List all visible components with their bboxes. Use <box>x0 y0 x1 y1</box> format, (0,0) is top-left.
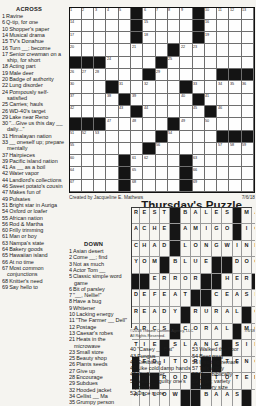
cell-number: 13 <box>242 7 246 12</box>
grid-cell[interactable]: 28 <box>94 69 106 81</box>
grid-cell[interactable]: 68 <box>131 180 143 192</box>
grid-cell[interactable] <box>229 57 241 69</box>
solved-letter-cell: E <box>140 290 150 307</box>
solved-letter: I <box>201 224 211 240</box>
clue-text: Cellist __ Ma <box>76 393 108 399</box>
clue-text: Pulsates <box>9 195 30 201</box>
clue-text: Hairpieces <box>9 151 35 157</box>
solved-letter-cell: F <box>150 290 160 307</box>
grid-cell[interactable]: 43 <box>119 106 131 118</box>
clue-text: Come __; find <box>73 254 107 260</box>
grid-cell[interactable]: 9 <box>180 8 192 20</box>
grid-cell[interactable] <box>106 155 118 167</box>
cell-number: 23 <box>193 44 197 49</box>
clue-text: Himalayan nation <box>9 132 52 138</box>
grid-cell[interactable]: 51 <box>70 131 82 143</box>
grid-cell[interactable] <box>229 118 241 130</box>
solved-letter: U <box>191 257 200 273</box>
solved-letter-cell: O <box>140 257 150 274</box>
solved-letter: H <box>150 224 159 240</box>
clue-item: 33__ oneself up; prepare mentally <box>2 139 68 152</box>
grid-cell[interactable]: 56 <box>156 143 168 155</box>
grid-cell[interactable] <box>143 131 155 143</box>
black-square <box>205 106 217 118</box>
solved-letter-cell: E <box>201 257 212 274</box>
grid-cell[interactable] <box>94 167 106 179</box>
clue-item: 62Battery size <box>192 384 255 390</box>
grid-cell[interactable]: 14 <box>70 20 82 32</box>
grid-cell[interactable] <box>217 167 229 179</box>
grid-cell[interactable]: 12 <box>229 8 241 20</box>
grid-cell[interactable] <box>106 69 118 81</box>
grid-cell[interactable] <box>168 155 180 167</box>
black-square <box>168 44 180 56</box>
grid-cell[interactable] <box>119 69 131 81</box>
grid-cell[interactable]: 64 <box>70 167 82 179</box>
grid-cell[interactable] <box>217 57 229 69</box>
clue-text: Oxford or loafer <box>9 208 47 214</box>
black-square <box>180 180 192 192</box>
grid-cell[interactable]: 10 <box>205 8 217 20</box>
clue-text: Most common conjunctions <box>7 265 44 277</box>
grid-cell[interactable] <box>193 69 205 81</box>
solved-letter: A <box>233 290 241 306</box>
grid-cell[interactable] <box>119 44 131 56</box>
grid-cell[interactable] <box>82 143 94 155</box>
grid-cell[interactable] <box>82 44 94 56</box>
solved-letter-cell: M <box>242 208 252 225</box>
solved-letter-cell: R <box>191 307 201 324</box>
solved-letter-cell: A <box>252 208 255 225</box>
grid-cell[interactable] <box>242 57 254 69</box>
grid-cell[interactable] <box>168 32 180 44</box>
grid-cell[interactable] <box>180 20 192 32</box>
grid-cell[interactable]: 22 <box>180 44 192 56</box>
solved-letter-cell: E <box>212 208 222 225</box>
grid-cell[interactable]: 30 <box>70 81 82 93</box>
grid-cell[interactable] <box>180 106 192 118</box>
solved-letter: O <box>181 274 190 290</box>
grid-cell[interactable]: 15 <box>143 20 155 32</box>
grid-cell[interactable]: 16 <box>205 20 217 32</box>
grid-cell[interactable] <box>205 131 217 143</box>
grid-cell[interactable] <box>180 69 192 81</box>
grid-cell[interactable] <box>205 143 217 155</box>
grid-cell[interactable] <box>168 180 180 192</box>
cell-number: 55 <box>70 142 74 147</box>
grid-cell[interactable] <box>94 20 106 32</box>
grid-cell[interactable] <box>229 167 241 179</box>
grid-cell[interactable] <box>119 118 131 130</box>
grid-cell[interactable] <box>94 155 106 167</box>
grid-cell[interactable] <box>229 94 241 106</box>
grid-cell[interactable] <box>119 32 131 44</box>
solved-letter-cell: R <box>212 307 222 324</box>
grid-cell[interactable] <box>217 155 229 167</box>
solved-letter: B <box>181 208 190 224</box>
grid-cell[interactable]: 17 <box>70 32 82 44</box>
grid-cell[interactable]: 40 <box>180 94 192 106</box>
clue-text: Talk wildly <box>199 365 224 371</box>
grid-cell[interactable]: 47 <box>106 118 118 130</box>
grid-cell[interactable] <box>156 81 168 93</box>
grid-cell[interactable]: 13 <box>242 8 254 20</box>
grid-cell[interactable] <box>94 32 106 44</box>
solved-letter: R <box>191 274 200 290</box>
grid-cell[interactable] <box>229 180 241 192</box>
grid-cell[interactable] <box>119 143 131 155</box>
clue-text: Asian desert <box>73 248 104 254</box>
grid-cell[interactable] <box>106 143 118 155</box>
grid-cell[interactable]: 62 <box>143 155 155 167</box>
grid-cell[interactable] <box>193 118 205 130</box>
grid-cell[interactable]: 60 <box>70 155 82 167</box>
grid-cell[interactable]: 24 <box>106 57 118 69</box>
grid-cell[interactable] <box>94 106 106 118</box>
grid-cell[interactable] <box>156 180 168 192</box>
solved-letter-cell: O <box>222 224 233 241</box>
grid-cell[interactable]: 49 <box>180 118 192 130</box>
grid-cell[interactable]: 52 <box>82 131 94 143</box>
grid-cell[interactable] <box>229 32 241 44</box>
grid-cell[interactable]: 53 <box>94 131 106 143</box>
grid-cell[interactable] <box>193 143 205 155</box>
solved-letter: C <box>252 224 255 240</box>
grid-cell[interactable] <box>82 167 94 179</box>
grid-cell[interactable]: 27 <box>82 69 94 81</box>
cell-number: 2 <box>82 7 84 12</box>
grid-cell[interactable]: 1 <box>70 8 82 20</box>
solved-letter-cell: U <box>201 307 212 324</box>
grid-cell[interactable] <box>217 20 229 32</box>
grid-cell[interactable] <box>180 32 192 44</box>
grid-cell[interactable] <box>131 131 143 143</box>
grid-cell[interactable] <box>168 94 180 106</box>
grid-cell[interactable]: 8 <box>168 8 180 20</box>
solved-letter: L <box>181 257 190 273</box>
clue-text: Walked the floor <box>199 346 239 352</box>
black-square <box>217 131 229 143</box>
grid-cell[interactable]: 39 <box>131 94 143 106</box>
grid-cell[interactable]: 11 <box>217 8 229 20</box>
cell-number: 50 <box>205 118 209 123</box>
solved-letter: Y <box>132 257 140 273</box>
grid-cell[interactable] <box>143 57 155 69</box>
solved-letter-cell: T <box>181 290 191 307</box>
grid-cell[interactable] <box>242 118 254 130</box>
grid-cell[interactable] <box>242 180 254 192</box>
grid-cell[interactable] <box>131 81 143 93</box>
clue-text: Musical drama <box>9 32 45 38</box>
grid-cell[interactable] <box>180 143 192 155</box>
clue-text: Give up <box>76 367 95 373</box>
clue-text: Not as much <box>73 260 104 266</box>
grid-cell[interactable] <box>242 167 254 179</box>
clue-text: "...Give us this day __ daily..." <box>7 120 62 132</box>
grid-cell[interactable]: 48 <box>131 118 143 130</box>
grid-cell[interactable] <box>156 44 168 56</box>
grid-cell[interactable]: 21 <box>131 44 143 56</box>
solved-letter-cell: M <box>150 257 160 274</box>
grid-cell[interactable] <box>205 69 217 81</box>
cell-number: 67 <box>70 179 74 184</box>
clue-text: "__, Nellie!" <box>73 292 101 298</box>
cell-number: 34 <box>218 81 222 86</box>
copyright-block: ©2018 Tribune Content Agency, LLC 7/6/18… <box>130 329 255 338</box>
clue-text: Postage <box>76 323 96 329</box>
clue-text: Knitter's need <box>9 277 42 283</box>
solved-letter: W <box>222 241 232 257</box>
grid-cell[interactable] <box>242 20 254 32</box>
down-clue-column-2: 40"Casey __ Bat"43Fungus45Exhibiting48Li… <box>130 346 191 406</box>
solved-letter: M <box>191 224 200 240</box>
crossword-grid[interactable]: 1234567891011121314151617181920212223242… <box>69 7 256 194</box>
grid-cell[interactable] <box>156 32 168 44</box>
grid-cell[interactable] <box>106 32 118 44</box>
grid-cell[interactable] <box>242 32 254 44</box>
grid-cell[interactable]: 18 <box>143 32 155 44</box>
grid-cell[interactable]: 63 <box>193 155 205 167</box>
clue-text: Hawaiian island <box>9 252 48 258</box>
across-clue-list: 1Ravine6Q-tip, for one10Shopper's paper1… <box>2 13 68 290</box>
grid-cell[interactable]: 25 <box>168 57 180 69</box>
grid-cell[interactable] <box>82 155 94 167</box>
grid-cell[interactable]: 7 <box>156 8 168 20</box>
solved-letter: N <box>242 241 251 257</box>
cell-number: 43 <box>119 105 123 110</box>
grid-cell[interactable] <box>119 57 131 69</box>
clue-text: Have a bug <box>73 298 101 304</box>
cell-number: 27 <box>82 69 86 74</box>
grid-cell[interactable]: 19 <box>205 32 217 44</box>
solved-letter-cell: L <box>181 257 191 274</box>
grid-cell[interactable]: 5 <box>119 8 131 20</box>
grid-cell[interactable] <box>156 94 168 106</box>
grid-cell[interactable] <box>229 155 241 167</box>
black-square <box>70 57 82 69</box>
solved-letter: N <box>201 241 211 257</box>
cell-number: 39 <box>132 93 136 98</box>
solved-letter-cell: E <box>252 290 255 307</box>
grid-cell[interactable] <box>205 180 217 192</box>
solved-letter: E <box>201 257 211 273</box>
grid-cell[interactable] <box>217 180 229 192</box>
grid-cell[interactable] <box>229 44 241 56</box>
clue-text: Acting part <box>9 63 35 69</box>
grid-cell[interactable]: 4 <box>106 8 118 20</box>
grid-cell[interactable] <box>242 94 254 106</box>
grid-cell[interactable] <box>106 131 118 143</box>
grid-cell[interactable]: 69 <box>193 180 205 192</box>
grid-cell[interactable] <box>94 143 106 155</box>
grid-cell[interactable] <box>82 106 94 118</box>
black-square <box>193 20 205 32</box>
grid-cell[interactable] <box>143 118 155 130</box>
solved-letter-cell: O <box>242 257 252 274</box>
solved-letter-cell: D <box>252 241 255 258</box>
grid-cell[interactable] <box>205 155 217 167</box>
black-square <box>143 69 155 81</box>
solved-letter-cell: L <box>233 307 242 324</box>
solved-letter: I <box>242 224 251 240</box>
cell-number: 11 <box>218 7 222 12</box>
grid-cell[interactable] <box>156 106 168 118</box>
grid-cell[interactable]: 31 <box>119 81 131 93</box>
grid-cell[interactable]: 50 <box>205 118 217 130</box>
solved-letter-cell: A <box>191 208 201 225</box>
grid-cell[interactable]: 54 <box>168 131 180 143</box>
grid-cell[interactable] <box>131 57 143 69</box>
cell-number: 48 <box>132 118 136 123</box>
grid-cell[interactable] <box>106 167 118 179</box>
solved-letter-cell: D <box>160 307 170 324</box>
clue-text: Shopper's paper <box>9 25 49 31</box>
grid-cell[interactable]: 26 <box>70 69 82 81</box>
grid-cell[interactable]: 32 <box>143 81 155 93</box>
grid-cell[interactable] <box>82 180 94 192</box>
solved-letter: A <box>252 208 255 224</box>
grid-cell[interactable] <box>143 167 155 179</box>
solved-letter: R <box>242 274 251 290</box>
grid-cell[interactable] <box>242 44 254 56</box>
grid-cell[interactable] <box>82 81 94 93</box>
grid-cell[interactable] <box>94 180 106 192</box>
grid-cell[interactable]: 23 <box>193 44 205 56</box>
solved-black-square <box>181 307 191 324</box>
grid-cell[interactable] <box>106 44 118 56</box>
grid-cell[interactable] <box>82 32 94 44</box>
solved-letter-cell: R <box>191 274 201 291</box>
cell-number: 51 <box>70 130 74 135</box>
grid-cell[interactable] <box>94 94 106 106</box>
solved-letter: R <box>132 307 140 323</box>
grid-cell[interactable] <box>106 106 118 118</box>
grid-cell[interactable] <box>242 106 254 118</box>
grid-cell[interactable] <box>119 131 131 143</box>
grid-cell[interactable] <box>143 44 155 56</box>
clue-text: "The Farmer __ Dell" <box>76 317 127 323</box>
grid-cell[interactable]: 59 <box>242 143 254 155</box>
cell-number: 4 <box>107 7 109 12</box>
grid-cell[interactable] <box>217 44 229 56</box>
clue-text: Exhibiting <box>137 359 161 365</box>
grid-cell[interactable]: 20 <box>70 44 82 56</box>
grid-cell[interactable] <box>94 81 106 93</box>
grid-cell[interactable] <box>106 20 118 32</box>
solved-letter-cell: U <box>191 257 201 274</box>
grid-cell[interactable]: 57 <box>217 143 229 155</box>
grid-cell[interactable] <box>205 167 217 179</box>
grid-cell[interactable]: 35 <box>229 81 241 93</box>
grid-cell[interactable] <box>217 32 229 44</box>
solved-letter-cell: D <box>233 257 242 274</box>
cell-number: 28 <box>95 69 99 74</box>
clue-text: Pacific island nation <box>9 158 58 164</box>
grid-cell[interactable] <box>143 180 155 192</box>
grid-cell[interactable]: 46 <box>217 106 229 118</box>
grid-cell[interactable]: 33 <box>193 81 205 93</box>
solved-letter: E <box>140 307 149 323</box>
grid-cell[interactable] <box>180 57 192 69</box>
grid-cell[interactable] <box>131 143 143 155</box>
grid-cell[interactable]: 6 <box>143 8 155 20</box>
grid-cell[interactable] <box>156 167 168 179</box>
grid-cell[interactable]: 2 <box>82 8 94 20</box>
grid-cell[interactable]: 34 <box>217 81 229 93</box>
grid-cell[interactable]: 3 <box>94 8 106 20</box>
grid-cell[interactable] <box>205 57 217 69</box>
grid-cell[interactable] <box>193 57 205 69</box>
grid-cell[interactable] <box>168 106 180 118</box>
grid-cell[interactable]: 36 <box>242 81 254 93</box>
grid-cell[interactable] <box>168 143 180 155</box>
clue-text: Badge of authority <box>9 76 54 82</box>
grid-cell[interactable] <box>82 20 94 32</box>
solved-letter: R <box>160 274 169 290</box>
grid-cell[interactable] <box>94 44 106 56</box>
grid-cell[interactable] <box>82 94 94 106</box>
cell-number: 24 <box>107 56 111 61</box>
grid-cell[interactable] <box>119 20 131 32</box>
grid-cell[interactable] <box>168 20 180 32</box>
grid-cell[interactable]: 29 <box>156 69 168 81</box>
grid-cell[interactable] <box>229 106 241 118</box>
grid-cell[interactable]: 45 <box>193 106 205 118</box>
grid-cell[interactable] <box>156 118 168 130</box>
grid-cell[interactable] <box>131 69 143 81</box>
clue-text: Carries; hauls <box>9 101 43 107</box>
cell-number: 69 <box>193 179 197 184</box>
grid-cell[interactable] <box>205 44 217 56</box>
grid-cell[interactable]: 44 <box>143 106 155 118</box>
grid-cell[interactable] <box>156 155 168 167</box>
solved-letter-cell: C <box>252 257 255 274</box>
grid-cell[interactable]: 38 <box>106 94 118 106</box>
grid-cell[interactable] <box>168 81 180 93</box>
solved-letter-cell: I <box>233 241 242 258</box>
grid-cell[interactable] <box>193 131 205 143</box>
grid-cell[interactable] <box>242 155 254 167</box>
clue-text: Water vapor <box>9 170 39 176</box>
solved-letter: R <box>132 208 140 224</box>
solved-letter: S <box>150 208 159 224</box>
grid-cell[interactable]: 61 <box>131 155 143 167</box>
grid-cell[interactable] <box>168 167 180 179</box>
grid-cell[interactable]: 58 <box>229 143 241 155</box>
grid-cell[interactable]: 41 <box>205 94 217 106</box>
grid-cell[interactable] <box>180 131 192 143</box>
grid-cell[interactable] <box>106 180 118 192</box>
grid-cell[interactable]: 67 <box>70 180 82 192</box>
cell-number: 47 <box>107 118 111 123</box>
grid-cell[interactable]: 42 <box>70 106 82 118</box>
clue-item: 17Senior crewman on a ship, for short <box>2 51 68 64</box>
down-clue-list-2: 40"Casey __ Bat"43Fungus45Exhibiting48Li… <box>130 346 191 396</box>
grid-cell[interactable] <box>156 20 168 32</box>
solved-letter: O <box>191 241 200 257</box>
grid-cell[interactable]: 55 <box>70 143 82 155</box>
grid-cell[interactable] <box>205 81 217 93</box>
grid-cell[interactable] <box>217 118 229 130</box>
solved-letter-cell: B <box>181 208 191 225</box>
grid-cell[interactable]: 65 <box>131 167 143 179</box>
cell-number: 60 <box>70 155 74 160</box>
clue-text: You, biblically <box>199 371 232 377</box>
grid-cell[interactable] <box>168 69 180 81</box>
solved-letter-cell: N <box>201 241 212 258</box>
grid-cell[interactable]: 66 <box>193 167 205 179</box>
grid-cell[interactable] <box>229 20 241 32</box>
